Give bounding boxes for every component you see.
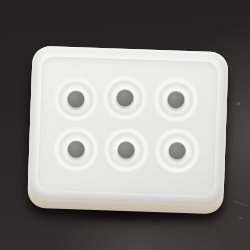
cavity-hole: [116, 89, 134, 107]
cavity-hole: [167, 91, 185, 109]
surface-speck: [237, 102, 240, 105]
cavity-hole: [67, 140, 85, 158]
cavity-hole: [67, 90, 85, 108]
photo-background: White translucent silicone bead mold wit…: [0, 0, 250, 250]
cavity-hole: [168, 142, 186, 160]
silicone-bead-mold: [27, 46, 228, 207]
cavity-layer: [33, 46, 229, 53]
surface-scratch: [233, 201, 248, 207]
surface-speck: [239, 217, 242, 219]
mold-top-face: [27, 46, 228, 207]
cavity-hole: [117, 141, 135, 159]
